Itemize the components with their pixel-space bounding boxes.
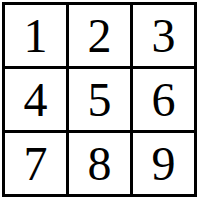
- cell-r1c1: 1: [5, 5, 66, 66]
- number-grid-board: 1 2 3 4 5 6 7 8 9: [2, 2, 197, 197]
- cell-r3c1: 7: [5, 133, 66, 194]
- cell-r3c2: 8: [69, 133, 130, 194]
- cell-r2c1: 4: [5, 69, 66, 130]
- cell-r1c2: 2: [69, 5, 130, 66]
- cell-r2c3: 6: [133, 69, 194, 130]
- cell-r1c3: 3: [133, 5, 194, 66]
- cell-r3c3: 9: [133, 133, 194, 194]
- cell-r2c2: 5: [69, 69, 130, 130]
